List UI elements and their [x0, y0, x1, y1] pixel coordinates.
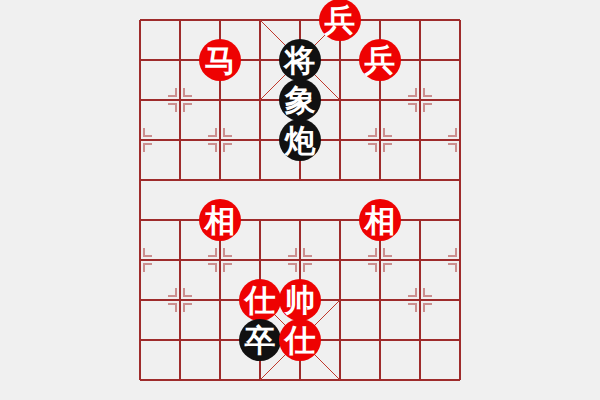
- piece-red-soldier[interactable]: 兵: [359, 39, 401, 81]
- piece-red-horse[interactable]: 马: [199, 39, 241, 81]
- xiangqi-app: 兵马将兵象炮相相仕帅卒仕: [0, 0, 600, 400]
- piece-black-elephant[interactable]: 象: [279, 79, 321, 121]
- piece-red-advisor[interactable]: 仕: [279, 319, 321, 361]
- piece-black-soldier[interactable]: 卒: [239, 319, 281, 361]
- piece-red-elephant[interactable]: 相: [199, 199, 241, 241]
- piece-black-cannon[interactable]: 炮: [279, 119, 321, 161]
- piece-red-advisor[interactable]: 仕: [239, 279, 281, 321]
- piece-red-soldier[interactable]: 兵: [319, 0, 361, 41]
- piece-black-general[interactable]: 将: [279, 39, 321, 81]
- piece-red-elephant[interactable]: 相: [359, 199, 401, 241]
- piece-grid: 兵马将兵象炮相相仕帅卒仕: [120, 0, 480, 400]
- piece-red-general[interactable]: 帅: [279, 279, 321, 321]
